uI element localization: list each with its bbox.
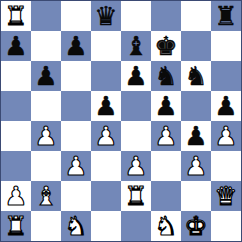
square-b6[interactable]: ♟ (31, 61, 61, 91)
piece-white-pawn[interactable]: ♟ (154, 121, 177, 151)
piece-white-rook[interactable]: ♜ (4, 1, 27, 31)
square-e1[interactable] (121, 211, 151, 241)
square-e3[interactable]: ♟ (121, 151, 151, 181)
piece-black-pawn[interactable]: ♟ (34, 61, 57, 91)
piece-black-rook[interactable]: ♜ (214, 1, 237, 31)
piece-white-knight[interactable]: ♞ (154, 211, 177, 241)
square-a4[interactable] (1, 121, 31, 151)
square-b5[interactable] (31, 91, 61, 121)
square-d1[interactable] (91, 211, 121, 241)
piece-black-pawn[interactable]: ♟ (94, 91, 117, 121)
square-g7[interactable] (181, 31, 211, 61)
piece-white-pawn[interactable]: ♟ (34, 121, 57, 151)
piece-black-king[interactable]: ♚ (154, 31, 177, 61)
piece-white-queen[interactable]: ♛ (214, 181, 237, 211)
square-a7[interactable]: ♟ (1, 31, 31, 61)
square-h5[interactable]: ♟ (211, 91, 241, 121)
piece-white-bishop[interactable]: ♝ (34, 181, 57, 211)
piece-white-pawn[interactable]: ♟ (124, 151, 147, 181)
square-f5[interactable]: ♟ (151, 91, 181, 121)
square-e4[interactable] (121, 121, 151, 151)
square-f1[interactable]: ♞ (151, 211, 181, 241)
piece-white-pawn[interactable]: ♟ (184, 151, 207, 181)
square-f3[interactable] (151, 151, 181, 181)
square-e6[interactable]: ♟ (121, 61, 151, 91)
piece-black-bishop[interactable]: ♝ (124, 31, 147, 61)
piece-white-rook[interactable]: ♜ (4, 211, 27, 241)
square-a2[interactable]: ♟ (1, 181, 31, 211)
piece-white-pawn[interactable]: ♟ (64, 151, 87, 181)
piece-black-knight[interactable]: ♞ (154, 61, 177, 91)
square-a1[interactable]: ♜ (1, 211, 31, 241)
square-d3[interactable] (91, 151, 121, 181)
piece-black-pawn[interactable]: ♟ (124, 61, 147, 91)
square-f4[interactable]: ♟ (151, 121, 181, 151)
square-e2[interactable]: ♜ (121, 181, 151, 211)
square-h8[interactable]: ♜ (211, 1, 241, 31)
piece-black-knight[interactable]: ♞ (184, 61, 207, 91)
square-d7[interactable] (91, 31, 121, 61)
square-c3[interactable]: ♟ (61, 151, 91, 181)
square-f6[interactable]: ♞ (151, 61, 181, 91)
square-d5[interactable]: ♟ (91, 91, 121, 121)
square-g4[interactable]: ♟ (181, 121, 211, 151)
square-f7[interactable]: ♚ (151, 31, 181, 61)
piece-white-rook[interactable]: ♜ (124, 181, 147, 211)
piece-white-pawn[interactable]: ♟ (4, 181, 27, 211)
square-h2[interactable]: ♛ (211, 181, 241, 211)
square-a3[interactable] (1, 151, 31, 181)
square-b7[interactable] (31, 31, 61, 61)
square-b3[interactable] (31, 151, 61, 181)
square-e7[interactable]: ♝ (121, 31, 151, 61)
square-f8[interactable] (151, 1, 181, 31)
square-h1[interactable] (211, 211, 241, 241)
square-c8[interactable] (61, 1, 91, 31)
square-g6[interactable]: ♞ (181, 61, 211, 91)
square-c4[interactable] (61, 121, 91, 151)
piece-black-pawn[interactable]: ♟ (184, 121, 207, 151)
square-f2[interactable] (151, 181, 181, 211)
piece-white-king[interactable]: ♚ (184, 211, 207, 241)
square-g1[interactable]: ♚ (181, 211, 211, 241)
square-e8[interactable] (121, 1, 151, 31)
square-d4[interactable]: ♟ (91, 121, 121, 151)
square-d2[interactable] (91, 181, 121, 211)
square-g8[interactable] (181, 1, 211, 31)
chess-board-frame: ♜♛♜♟♟♝♚♟♟♞♞♟♟♟♟♟♟♟♟♟♟♟♟♝♜♛♜♞♞♚ (0, 0, 242, 242)
square-h4[interactable]: ♟ (211, 121, 241, 151)
piece-black-pawn[interactable]: ♟ (214, 91, 237, 121)
square-c2[interactable] (61, 181, 91, 211)
square-e5[interactable] (121, 91, 151, 121)
square-b2[interactable]: ♝ (31, 181, 61, 211)
piece-black-pawn[interactable]: ♟ (4, 31, 27, 61)
square-d8[interactable]: ♛ (91, 1, 121, 31)
square-h7[interactable] (211, 31, 241, 61)
square-b8[interactable] (31, 1, 61, 31)
piece-white-knight[interactable]: ♞ (64, 211, 87, 241)
square-h6[interactable] (211, 61, 241, 91)
square-d6[interactable] (91, 61, 121, 91)
piece-black-pawn[interactable]: ♟ (64, 31, 87, 61)
square-b1[interactable] (31, 211, 61, 241)
piece-white-pawn[interactable]: ♟ (94, 121, 117, 151)
square-g2[interactable] (181, 181, 211, 211)
square-g5[interactable] (181, 91, 211, 121)
piece-black-pawn[interactable]: ♟ (154, 91, 177, 121)
square-c6[interactable] (61, 61, 91, 91)
square-g3[interactable]: ♟ (181, 151, 211, 181)
square-a8[interactable]: ♜ (1, 1, 31, 31)
square-c5[interactable] (61, 91, 91, 121)
square-a5[interactable] (1, 91, 31, 121)
piece-white-pawn[interactable]: ♟ (214, 121, 237, 151)
square-b4[interactable]: ♟ (31, 121, 61, 151)
square-h3[interactable] (211, 151, 241, 181)
square-a6[interactable] (1, 61, 31, 91)
piece-black-queen[interactable]: ♛ (94, 1, 117, 31)
square-c7[interactable]: ♟ (61, 31, 91, 61)
chess-board: ♜♛♜♟♟♝♚♟♟♞♞♟♟♟♟♟♟♟♟♟♟♟♟♝♜♛♜♞♞♚ (1, 1, 241, 241)
square-c1[interactable]: ♞ (61, 211, 91, 241)
